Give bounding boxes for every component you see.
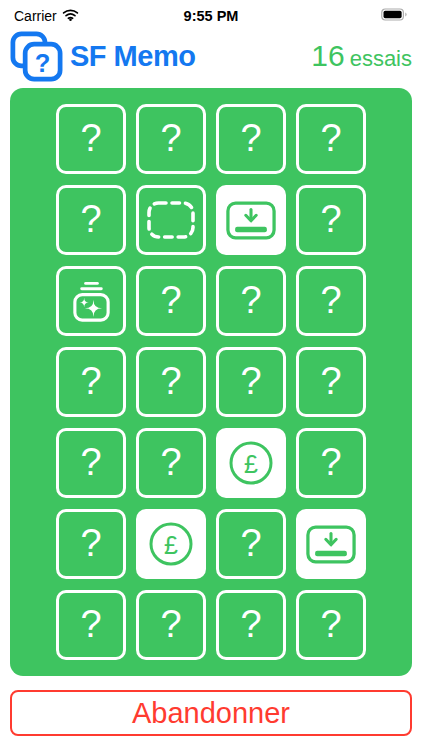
memory-board: ???????????????£??£?????	[10, 88, 412, 676]
hidden-card-question-mark: ?	[320, 443, 341, 481]
card-r3c1-sparkles-rectangle-stack[interactable]	[56, 266, 126, 336]
card-r2c4-hidden[interactable]: ?	[296, 185, 366, 255]
clock: 9:55 PM	[124, 8, 298, 24]
sparkles-rectangle-stack-icon	[68, 279, 115, 324]
app-window: Carrier 9:55 PM	[0, 0, 422, 750]
hidden-card-question-mark: ?	[80, 200, 101, 238]
hidden-card-question-mark: ?	[320, 605, 341, 643]
hidden-card-question-mark: ?	[80, 443, 101, 481]
hidden-card-question-mark: ?	[240, 119, 261, 157]
card-r6c1-hidden[interactable]: ?	[56, 509, 126, 579]
card-r7c3-hidden[interactable]: ?	[216, 590, 286, 660]
abandon-button[interactable]: Abandonner	[10, 690, 412, 736]
carrier-label: Carrier	[14, 8, 57, 24]
card-r2c2-dashed-rect[interactable]	[136, 185, 206, 255]
dashed-rect-icon	[146, 200, 196, 240]
card-r1c1-hidden[interactable]: ?	[56, 104, 126, 174]
card-r6c3-hidden[interactable]: ?	[216, 509, 286, 579]
hidden-card-question-mark: ?	[160, 605, 181, 643]
card-r5c4-hidden[interactable]: ?	[296, 428, 366, 498]
card-r6c2-sterling-circle[interactable]: £	[136, 509, 206, 579]
card-r3c3-hidden[interactable]: ?	[216, 266, 286, 336]
header: ? SF Memo 16 essais	[0, 26, 422, 88]
hidden-card-question-mark: ?	[160, 281, 181, 319]
card-r4c4-hidden[interactable]: ?	[296, 347, 366, 417]
battery-icon	[381, 8, 408, 24]
attempts-count: 16	[311, 39, 344, 73]
hidden-card-question-mark: ?	[240, 524, 261, 562]
card-r4c3-hidden[interactable]: ?	[216, 347, 286, 417]
card-r1c2-hidden[interactable]: ?	[136, 104, 206, 174]
hidden-card-question-mark: ?	[80, 605, 101, 643]
hidden-card-question-mark: ?	[160, 443, 181, 481]
card-r4c1-hidden[interactable]: ?	[56, 347, 126, 417]
hidden-card-question-mark: ?	[320, 281, 341, 319]
hidden-card-question-mark: ?	[80, 524, 101, 562]
hidden-card-question-mark: ?	[240, 362, 261, 400]
hidden-card-question-mark: ?	[320, 119, 341, 157]
svg-text:£: £	[244, 450, 258, 478]
hidden-card-question-mark: ?	[160, 362, 181, 400]
attempts-unit-label: essais	[350, 46, 412, 72]
tray-arrow-down-icon	[226, 201, 276, 240]
card-r7c4-hidden[interactable]: ?	[296, 590, 366, 660]
card-r2c3-tray-arrow-down[interactable]	[216, 185, 286, 255]
attempts-counter: 16 essais	[311, 39, 412, 73]
svg-text:?: ?	[35, 48, 51, 76]
card-r3c2-hidden[interactable]: ?	[136, 266, 206, 336]
card-r6c4-tray-arrow-down[interactable]	[296, 509, 366, 579]
hidden-card-question-mark: ?	[240, 281, 261, 319]
card-r7c2-hidden[interactable]: ?	[136, 590, 206, 660]
card-r3c4-hidden[interactable]: ?	[296, 266, 366, 336]
hidden-card-question-mark: ?	[320, 362, 341, 400]
status-bar: Carrier 9:55 PM	[0, 0, 422, 26]
sterling-circle-icon: £	[228, 440, 274, 486]
sterling-circle-icon: £	[148, 521, 194, 567]
page-title: SF Memo	[70, 40, 311, 73]
hidden-card-question-mark: ?	[160, 119, 181, 157]
card-r2c1-hidden[interactable]: ?	[56, 185, 126, 255]
hidden-card-question-mark: ?	[240, 605, 261, 643]
svg-text:£: £	[164, 531, 178, 559]
tray-arrow-down-icon	[306, 525, 356, 564]
card-r1c3-hidden[interactable]: ?	[216, 104, 286, 174]
card-r5c1-hidden[interactable]: ?	[56, 428, 126, 498]
wifi-icon	[62, 8, 79, 24]
card-r7c1-hidden[interactable]: ?	[56, 590, 126, 660]
hidden-card-question-mark: ?	[80, 362, 101, 400]
card-r4c2-hidden[interactable]: ?	[136, 347, 206, 417]
card-r1c4-hidden[interactable]: ?	[296, 104, 366, 174]
hidden-card-question-mark: ?	[80, 119, 101, 157]
app-logo-questionmark-square-on-square-icon: ?	[10, 31, 63, 82]
card-r5c2-hidden[interactable]: ?	[136, 428, 206, 498]
card-r5c3-sterling-circle[interactable]: £	[216, 428, 286, 498]
hidden-card-question-mark: ?	[320, 200, 341, 238]
